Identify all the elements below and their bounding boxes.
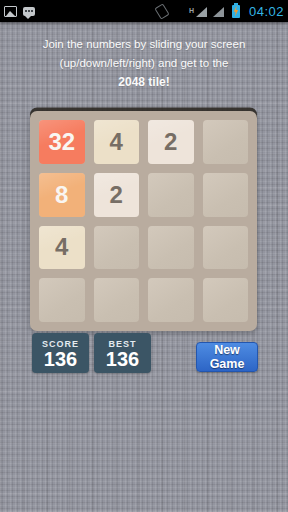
board-cell: 4: [94, 120, 140, 164]
score-label: SCORE: [42, 339, 79, 349]
instructions-goal: 2048 tile!: [0, 73, 288, 92]
board-cell: [94, 278, 140, 322]
board-cell: 2: [94, 173, 140, 217]
board-cell: [39, 278, 85, 322]
signal-strength-icon: [196, 7, 207, 17]
board-cell: 32: [39, 120, 85, 164]
best-label: BEST: [108, 339, 136, 349]
board-cell: [203, 278, 249, 322]
network-type-label: H: [189, 7, 194, 14]
best-value: 136: [106, 350, 139, 368]
board-cell: [203, 173, 249, 217]
board-cell: [148, 278, 194, 322]
score-box: SCORE 136: [32, 333, 89, 373]
board-cell: 4: [39, 226, 85, 270]
board-cell: [203, 226, 249, 270]
board-grid[interactable]: 3242824: [30, 111, 257, 331]
signal-strength-icon-2: [213, 7, 224, 17]
charging-bolt-icon: [233, 6, 239, 17]
status-bar: H 04:02: [0, 0, 288, 22]
best-box: BEST 136: [94, 333, 151, 373]
tile-2: 2: [94, 173, 140, 217]
tile-4: 4: [39, 226, 85, 270]
tile-32: 32: [39, 120, 85, 164]
message-notification-icon: [23, 7, 35, 16]
vibrate-mode-icon: [154, 3, 169, 19]
instructions-text: Join the numbers by sliding your screen …: [0, 35, 288, 92]
instructions-line2: (up/down/left/right) and get to the: [0, 54, 288, 73]
score-value: 136: [44, 350, 77, 368]
board-cell: 8: [39, 173, 85, 217]
board-cell: [148, 226, 194, 270]
board-cell: 2: [148, 120, 194, 164]
board-cell: [203, 120, 249, 164]
tile-2: 2: [148, 120, 194, 164]
phone-screen: H 04:02 Join the numbers by sliding your…: [0, 0, 288, 512]
tile-4: 4: [94, 120, 140, 164]
screenshot-gallery-icon: [4, 6, 17, 17]
instructions-line1: Join the numbers by sliding your screen: [0, 35, 288, 54]
board-cell: [148, 173, 194, 217]
new-game-button[interactable]: New Game: [196, 342, 258, 372]
clock-time: 04:02: [249, 4, 284, 19]
board-cell: [94, 226, 140, 270]
battery-charging-icon: [232, 5, 240, 18]
tile-8: 8: [39, 173, 85, 217]
